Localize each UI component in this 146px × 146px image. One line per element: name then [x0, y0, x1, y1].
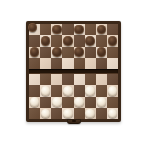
square-b3[interactable] — [40, 85, 51, 96]
square-e2[interactable] — [74, 97, 85, 108]
square-g3[interactable] — [96, 85, 107, 96]
light-checker-piece[interactable] — [41, 86, 51, 96]
square-a1[interactable] — [29, 108, 40, 119]
square-d8[interactable] — [62, 24, 73, 35]
square-b6[interactable] — [40, 47, 51, 58]
square-d7[interactable] — [62, 35, 73, 46]
square-b8[interactable] — [40, 24, 51, 35]
dark-checker-piece[interactable] — [108, 36, 118, 46]
board-top-half — [29, 24, 118, 69]
clasp-latch — [67, 119, 81, 124]
square-f5[interactable] — [85, 58, 96, 69]
square-e6[interactable] — [74, 47, 85, 58]
photo-background — [0, 0, 146, 146]
square-g1[interactable] — [96, 108, 107, 119]
square-a2[interactable] — [29, 97, 40, 108]
square-d3[interactable] — [62, 85, 73, 96]
square-g4[interactable] — [96, 74, 107, 85]
square-f8[interactable] — [85, 24, 96, 35]
square-e4[interactable] — [74, 74, 85, 85]
light-checker-piece[interactable] — [52, 97, 62, 107]
light-checker-piece[interactable] — [97, 97, 107, 107]
square-h4[interactable] — [107, 74, 118, 85]
light-checker-piece[interactable] — [85, 86, 95, 96]
square-c6[interactable] — [51, 47, 62, 58]
square-d2[interactable] — [62, 97, 73, 108]
square-b4[interactable] — [40, 74, 51, 85]
square-h8[interactable] — [107, 24, 118, 35]
square-e8[interactable] — [74, 24, 85, 35]
square-c4[interactable] — [51, 74, 62, 85]
square-g6[interactable] — [96, 47, 107, 58]
dark-checker-piece[interactable] — [97, 25, 107, 35]
square-e5[interactable] — [74, 58, 85, 69]
square-e7[interactable] — [74, 35, 85, 46]
square-a6[interactable] — [29, 47, 40, 58]
square-h5[interactable] — [107, 58, 118, 69]
light-checker-piece[interactable] — [85, 109, 95, 119]
square-c2[interactable] — [51, 97, 62, 108]
square-a3[interactable] — [29, 85, 40, 96]
light-checker-piece[interactable] — [63, 86, 73, 96]
square-c7[interactable] — [51, 35, 62, 46]
square-f6[interactable] — [85, 47, 96, 58]
square-e3[interactable] — [74, 85, 85, 96]
square-b2[interactable] — [40, 97, 51, 108]
light-checker-piece[interactable] — [108, 86, 118, 96]
dark-checker-piece[interactable] — [85, 36, 95, 46]
square-d6[interactable] — [62, 47, 73, 58]
board-bottom-half — [29, 74, 118, 119]
light-checker-piece[interactable] — [30, 97, 40, 107]
square-h7[interactable] — [107, 35, 118, 46]
square-f2[interactable] — [85, 97, 96, 108]
square-g7[interactable] — [96, 35, 107, 46]
square-f3[interactable] — [85, 85, 96, 96]
square-d1[interactable] — [62, 108, 73, 119]
dark-checker-piece[interactable] — [52, 25, 62, 35]
square-g2[interactable] — [96, 97, 107, 108]
dark-checker-piece[interactable] — [30, 47, 40, 57]
square-f4[interactable] — [85, 74, 96, 85]
dark-checker-piece[interactable] — [52, 47, 62, 57]
square-c5[interactable] — [51, 58, 62, 69]
square-f1[interactable] — [85, 108, 96, 119]
square-h3[interactable] — [107, 85, 118, 96]
square-c3[interactable] — [51, 85, 62, 96]
light-checker-piece[interactable] — [41, 109, 51, 119]
square-h2[interactable] — [107, 97, 118, 108]
dark-checker-piece[interactable] — [41, 36, 51, 46]
light-checker-piece[interactable] — [108, 109, 118, 119]
square-f7[interactable] — [85, 35, 96, 46]
square-a5[interactable] — [29, 58, 40, 69]
square-d5[interactable] — [62, 58, 73, 69]
square-c1[interactable] — [51, 108, 62, 119]
square-a8[interactable] — [29, 24, 40, 35]
square-a7[interactable] — [29, 35, 40, 46]
square-g5[interactable] — [96, 58, 107, 69]
light-checker-piece[interactable] — [74, 97, 84, 107]
square-b7[interactable] — [40, 35, 51, 46]
dark-checker-piece[interactable] — [97, 47, 107, 57]
square-h6[interactable] — [107, 47, 118, 58]
square-b1[interactable] — [40, 108, 51, 119]
square-h1[interactable] — [107, 108, 118, 119]
dark-checker-piece[interactable] — [74, 47, 84, 57]
light-checker-piece[interactable] — [63, 109, 73, 119]
checkers-board — [26, 21, 121, 122]
square-c8[interactable] — [51, 24, 62, 35]
square-a4[interactable] — [29, 74, 40, 85]
dark-checker-piece[interactable] — [74, 25, 84, 35]
square-d4[interactable] — [62, 74, 73, 85]
square-g8[interactable] — [96, 24, 107, 35]
dark-checker-piece[interactable] — [28, 23, 38, 33]
square-e1[interactable] — [74, 108, 85, 119]
square-b5[interactable] — [40, 58, 51, 69]
dark-checker-piece[interactable] — [63, 36, 73, 46]
